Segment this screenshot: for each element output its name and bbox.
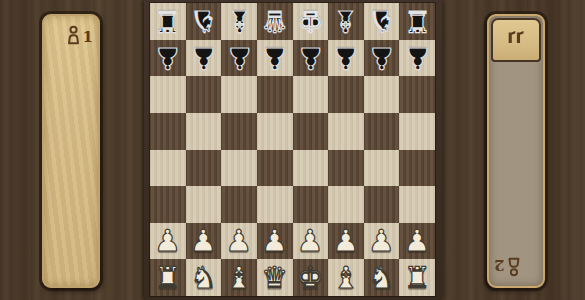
- square-e2[interactable]: ♟: [293, 223, 329, 260]
- square-h1[interactable]: ♜: [399, 259, 435, 296]
- piece-white-knight[interactable]: ♞: [368, 263, 395, 293]
- piece-black-bishop[interactable]: ♝: [332, 6, 359, 36]
- square-c5[interactable]: [221, 113, 257, 150]
- square-a7[interactable]: ♟: [150, 40, 186, 77]
- piece-white-knight[interactable]: ♞: [190, 263, 217, 293]
- square-d2[interactable]: ♟: [257, 223, 293, 260]
- chess-board: ♜♞♝♛♚♝♞♜♟♟♟♟♟♟♟♟♟♟♟♟♟♟♟♟♜♞♝♛♚♝♞♜: [144, 0, 442, 300]
- piece-white-pawn[interactable]: ♟: [297, 226, 324, 256]
- piece-white-rook[interactable]: ♜: [404, 263, 431, 293]
- square-b8[interactable]: ♞: [186, 3, 222, 40]
- app-background: 1 2 ♜♞♝♛♚♝♞♜♟♟♟♟♟♟♟♟♟♟♟♟♟♟♟♟♜♞♝♛♚♝♞♜: [0, 0, 585, 300]
- piece-black-pawn[interactable]: ♟: [261, 43, 288, 73]
- pause-button[interactable]: [491, 18, 541, 62]
- player2-tag: 2: [494, 253, 521, 277]
- square-f7[interactable]: ♟: [328, 40, 364, 77]
- piece-black-pawn[interactable]: ♟: [226, 43, 253, 73]
- board-grid: ♜♞♝♛♚♝♞♜♟♟♟♟♟♟♟♟♟♟♟♟♟♟♟♟♜♞♝♛♚♝♞♜: [150, 3, 435, 296]
- square-e1[interactable]: ♚: [293, 259, 329, 296]
- square-f5[interactable]: [328, 113, 364, 150]
- square-a4[interactable]: [150, 150, 186, 187]
- square-g4[interactable]: [364, 150, 400, 187]
- square-g8[interactable]: ♞: [364, 3, 400, 40]
- square-e7[interactable]: ♟: [293, 40, 329, 77]
- square-b7[interactable]: ♟: [186, 40, 222, 77]
- piece-black-pawn[interactable]: ♟: [154, 43, 181, 73]
- square-c2[interactable]: ♟: [221, 223, 257, 260]
- square-f6[interactable]: [328, 76, 364, 113]
- square-g1[interactable]: ♞: [364, 259, 400, 296]
- player1-number: 1: [83, 30, 93, 45]
- piece-black-queen[interactable]: ♛: [261, 6, 288, 36]
- pause-icon: [505, 27, 527, 53]
- square-d8[interactable]: ♛: [257, 3, 293, 40]
- piece-black-king[interactable]: ♚: [297, 6, 324, 36]
- square-f1[interactable]: ♝: [328, 259, 364, 296]
- piece-black-rook[interactable]: ♜: [154, 6, 181, 36]
- square-d4[interactable]: [257, 150, 293, 187]
- piece-black-pawn[interactable]: ♟: [332, 43, 359, 73]
- square-e6[interactable]: [293, 76, 329, 113]
- square-h3[interactable]: [399, 186, 435, 223]
- square-h6[interactable]: [399, 76, 435, 113]
- piece-white-pawn[interactable]: ♟: [332, 226, 359, 256]
- piece-white-pawn[interactable]: ♟: [154, 226, 181, 256]
- square-b5[interactable]: [186, 113, 222, 150]
- square-c6[interactable]: [221, 76, 257, 113]
- player2-number: 2: [494, 258, 504, 273]
- square-h8[interactable]: ♜: [399, 3, 435, 40]
- square-h7[interactable]: ♟: [399, 40, 435, 77]
- square-f4[interactable]: [328, 150, 364, 187]
- square-a8[interactable]: ♜: [150, 3, 186, 40]
- square-a3[interactable]: [150, 186, 186, 223]
- piece-black-knight[interactable]: ♞: [190, 6, 217, 36]
- square-d7[interactable]: ♟: [257, 40, 293, 77]
- square-e5[interactable]: [293, 113, 329, 150]
- piece-black-bishop[interactable]: ♝: [226, 6, 253, 36]
- piece-white-pawn[interactable]: ♟: [261, 226, 288, 256]
- square-b4[interactable]: [186, 150, 222, 187]
- piece-black-pawn[interactable]: ♟: [404, 43, 431, 73]
- square-h4[interactable]: [399, 150, 435, 187]
- piece-black-pawn[interactable]: ♟: [190, 43, 217, 73]
- piece-black-rook[interactable]: ♜: [404, 6, 431, 36]
- square-d1[interactable]: ♛: [257, 259, 293, 296]
- square-g7[interactable]: ♟: [364, 40, 400, 77]
- piece-white-pawn[interactable]: ♟: [190, 226, 217, 256]
- square-h2[interactable]: ♟: [399, 223, 435, 260]
- square-a1[interactable]: ♜: [150, 259, 186, 296]
- square-g5[interactable]: [364, 113, 400, 150]
- square-c7[interactable]: ♟: [221, 40, 257, 77]
- square-b1[interactable]: ♞: [186, 259, 222, 296]
- piece-black-pawn[interactable]: ♟: [368, 43, 395, 73]
- piece-white-bishop[interactable]: ♝: [332, 263, 359, 293]
- square-a6[interactable]: [150, 76, 186, 113]
- square-c3[interactable]: [221, 186, 257, 223]
- square-d5[interactable]: [257, 113, 293, 150]
- person-icon: [506, 253, 521, 277]
- piece-white-rook[interactable]: ♜: [154, 263, 181, 293]
- piece-black-pawn[interactable]: ♟: [297, 43, 324, 73]
- square-d6[interactable]: [257, 76, 293, 113]
- square-c8[interactable]: ♝: [221, 3, 257, 40]
- player2-capture-tray: 2: [487, 14, 545, 288]
- square-b6[interactable]: [186, 76, 222, 113]
- square-a2[interactable]: ♟: [150, 223, 186, 260]
- piece-black-knight[interactable]: ♞: [368, 6, 395, 36]
- square-g3[interactable]: [364, 186, 400, 223]
- square-e8[interactable]: ♚: [293, 3, 329, 40]
- square-g6[interactable]: [364, 76, 400, 113]
- player1-capture-tray: 1: [42, 14, 100, 288]
- piece-white-bishop[interactable]: ♝: [226, 263, 253, 293]
- square-f8[interactable]: ♝: [328, 3, 364, 40]
- piece-white-queen[interactable]: ♛: [261, 263, 288, 293]
- piece-white-king[interactable]: ♚: [297, 263, 324, 293]
- piece-white-pawn[interactable]: ♟: [226, 226, 253, 256]
- square-d3[interactable]: [257, 186, 293, 223]
- square-b2[interactable]: ♟: [186, 223, 222, 260]
- person-icon: [66, 25, 81, 49]
- piece-white-pawn[interactable]: ♟: [368, 226, 395, 256]
- piece-white-pawn[interactable]: ♟: [404, 226, 431, 256]
- square-a5[interactable]: [150, 113, 186, 150]
- square-g2[interactable]: ♟: [364, 223, 400, 260]
- square-c1[interactable]: ♝: [221, 259, 257, 296]
- square-e4[interactable]: [293, 150, 329, 187]
- square-e3[interactable]: [293, 186, 329, 223]
- square-b3[interactable]: [186, 186, 222, 223]
- square-c4[interactable]: [221, 150, 257, 187]
- square-f2[interactable]: ♟: [328, 223, 364, 260]
- square-h5[interactable]: [399, 113, 435, 150]
- player1-tag: 1: [66, 25, 93, 49]
- square-f3[interactable]: [328, 186, 364, 223]
